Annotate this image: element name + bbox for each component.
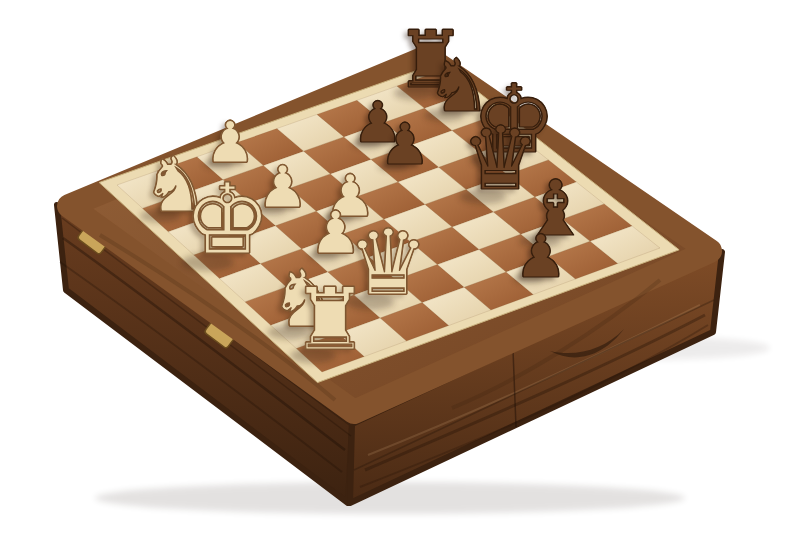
- piece-white-king-d1[interactable]: ♚: [183, 172, 271, 270]
- piece-black-pawn-c6[interactable]: ♟: [379, 116, 430, 173]
- scene: ♜♞♟♚♟♟♛♟♞♟♝♟♚♟♛♞♜: [0, 0, 800, 534]
- piece-white-rook-h1[interactable]: ♜: [292, 277, 369, 363]
- piece-black-pawn-h6[interactable]: ♟: [514, 226, 567, 285]
- pieces-layer: ♜♞♟♚♟♟♛♟♞♟♝♟♚♟♛♞♜: [0, 0, 800, 534]
